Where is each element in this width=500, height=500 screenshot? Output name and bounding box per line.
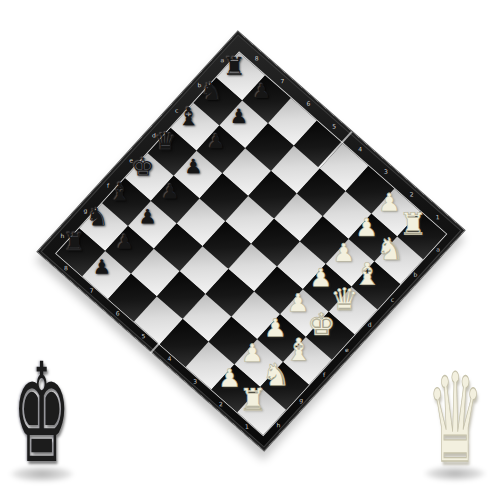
white-queen-glyph: ♛ (427, 358, 484, 481)
white-queen-figure: ♛ (424, 356, 486, 482)
board-squares-grid: ♜♟♟♜♞♟♟♞♝♟♟♝♛♟♟♛♚♟♟♚♝♟♟♝♞♟♟♞♜♟♟♜ (55, 51, 447, 436)
chess-board: 87654321 87654321 abcdefgh abcdefgh ♜♟♟♜… (36, 30, 466, 452)
black-king-glyph: ♚ (13, 344, 71, 481)
chess-set-product-photo: 87654321 87654321 abcdefgh abcdefgh ♜♟♟♜… (0, 0, 500, 500)
black-king-figure: ♚ (12, 344, 72, 482)
